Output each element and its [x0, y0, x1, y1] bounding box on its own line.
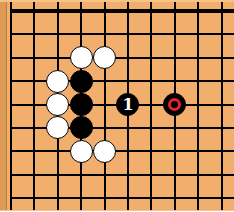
board-intersection [69, 93, 92, 116]
board-intersection [69, 140, 92, 163]
board-intersection [46, 93, 69, 116]
board-intersection: 1 [116, 93, 139, 116]
board-intersection [69, 69, 92, 92]
stones-layer: 1 [0, 0, 233, 210]
board-intersection [93, 140, 116, 163]
white-stone [93, 140, 116, 163]
white-stone [46, 93, 69, 116]
white-stone [70, 140, 93, 163]
board-intersection [46, 69, 69, 92]
move-number-label: 1 [122, 96, 133, 112]
go-board: 1 [0, 0, 234, 211]
black-stone-circled [163, 93, 186, 116]
black-stone-move-1: 1 [116, 93, 139, 116]
board-intersection [69, 116, 92, 139]
bottom-edge-highlight [0, 210, 234, 212]
top-edge-highlight [0, 0, 234, 2]
board-intersection [93, 46, 116, 69]
white-stone [46, 70, 69, 93]
white-stone [46, 116, 69, 139]
white-stone [70, 46, 93, 69]
black-stone [70, 70, 93, 93]
black-stone [70, 116, 93, 139]
black-stone [70, 93, 93, 116]
board-intersection [46, 116, 69, 139]
red-circle-marker-icon [168, 98, 181, 111]
board-intersection [69, 46, 92, 69]
board-intersection [163, 93, 186, 116]
white-stone [93, 46, 116, 69]
